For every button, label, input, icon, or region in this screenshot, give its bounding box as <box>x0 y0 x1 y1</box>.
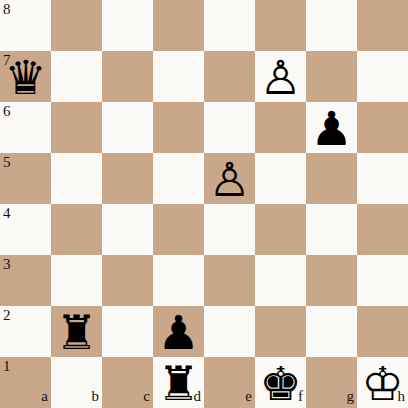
square-a8[interactable]: 8 <box>0 0 51 51</box>
square-d4[interactable] <box>153 204 204 255</box>
square-f7[interactable]: ♙ <box>255 51 306 102</box>
square-g2[interactable] <box>306 306 357 357</box>
square-f2[interactable] <box>255 306 306 357</box>
file-label-e: e <box>245 389 252 404</box>
white-king: ♔ <box>361 360 403 407</box>
square-f4[interactable] <box>255 204 306 255</box>
square-g1[interactable]: g <box>306 357 357 408</box>
square-c4[interactable] <box>102 204 153 255</box>
square-c1[interactable]: c <box>102 357 153 408</box>
square-f1[interactable]: f♚ <box>255 357 306 408</box>
square-f3[interactable] <box>255 255 306 306</box>
square-b1[interactable]: b <box>51 357 102 408</box>
rank-label-4: 4 <box>3 206 11 221</box>
square-e8[interactable] <box>204 0 255 51</box>
square-b2[interactable]: ♜ <box>51 306 102 357</box>
square-e4[interactable] <box>204 204 255 255</box>
square-a4[interactable]: 4 <box>0 204 51 255</box>
square-b4[interactable] <box>51 204 102 255</box>
square-b3[interactable] <box>51 255 102 306</box>
black-queen: ♛ <box>4 54 46 101</box>
square-c3[interactable] <box>102 255 153 306</box>
chess-board: 87♛♙6♟5♙432♜♟1abcd♜ef♚gh♔ <box>0 0 408 408</box>
square-g8[interactable] <box>306 0 357 51</box>
rank-label-3: 3 <box>3 257 11 272</box>
rank-label-1: 1 <box>3 359 11 374</box>
square-f8[interactable] <box>255 0 306 51</box>
square-e7[interactable] <box>204 51 255 102</box>
square-c5[interactable] <box>102 153 153 204</box>
square-g4[interactable] <box>306 204 357 255</box>
square-c2[interactable] <box>102 306 153 357</box>
square-e3[interactable] <box>204 255 255 306</box>
file-label-g: g <box>347 389 355 404</box>
square-c8[interactable] <box>102 0 153 51</box>
square-e6[interactable] <box>204 102 255 153</box>
square-a3[interactable]: 3 <box>0 255 51 306</box>
rank-label-7: 7 <box>3 53 11 68</box>
square-h6[interactable] <box>357 102 408 153</box>
square-h1[interactable]: h♔ <box>357 357 408 408</box>
square-h5[interactable] <box>357 153 408 204</box>
square-d5[interactable] <box>153 153 204 204</box>
rank-label-6: 6 <box>3 104 11 119</box>
square-d3[interactable] <box>153 255 204 306</box>
white-pawn: ♙ <box>259 54 301 101</box>
square-g5[interactable] <box>306 153 357 204</box>
file-label-c: c <box>143 389 150 404</box>
square-c7[interactable] <box>102 51 153 102</box>
square-a7[interactable]: 7♛ <box>0 51 51 102</box>
square-f6[interactable] <box>255 102 306 153</box>
file-label-h: h <box>398 389 406 404</box>
black-pawn: ♟ <box>310 105 352 152</box>
file-label-f: f <box>298 389 303 404</box>
square-a5[interactable]: 5 <box>0 153 51 204</box>
square-d7[interactable] <box>153 51 204 102</box>
rank-label-2: 2 <box>3 308 11 323</box>
black-king: ♚ <box>259 360 301 407</box>
square-h4[interactable] <box>357 204 408 255</box>
square-a6[interactable]: 6 <box>0 102 51 153</box>
square-g3[interactable] <box>306 255 357 306</box>
square-d6[interactable] <box>153 102 204 153</box>
square-h8[interactable] <box>357 0 408 51</box>
square-h2[interactable] <box>357 306 408 357</box>
file-label-b: b <box>92 389 100 404</box>
rank-label-8: 8 <box>3 2 11 17</box>
square-g6[interactable]: ♟ <box>306 102 357 153</box>
black-rook: ♜ <box>157 360 199 407</box>
square-b7[interactable] <box>51 51 102 102</box>
square-e1[interactable]: e <box>204 357 255 408</box>
square-e5[interactable]: ♙ <box>204 153 255 204</box>
black-pawn: ♟ <box>157 309 199 356</box>
rank-label-5: 5 <box>3 155 11 170</box>
square-b8[interactable] <box>51 0 102 51</box>
square-h7[interactable] <box>357 51 408 102</box>
file-label-d: d <box>194 389 202 404</box>
square-d2[interactable]: ♟ <box>153 306 204 357</box>
file-label-a: a <box>41 389 48 404</box>
square-f5[interactable] <box>255 153 306 204</box>
square-b5[interactable] <box>51 153 102 204</box>
square-d1[interactable]: d♜ <box>153 357 204 408</box>
white-pawn: ♙ <box>208 156 250 203</box>
square-g7[interactable] <box>306 51 357 102</box>
square-c6[interactable] <box>102 102 153 153</box>
square-h3[interactable] <box>357 255 408 306</box>
square-e2[interactable] <box>204 306 255 357</box>
square-a2[interactable]: 2 <box>0 306 51 357</box>
square-b6[interactable] <box>51 102 102 153</box>
square-d8[interactable] <box>153 0 204 51</box>
square-a1[interactable]: 1a <box>0 357 51 408</box>
black-rook: ♜ <box>55 309 97 356</box>
